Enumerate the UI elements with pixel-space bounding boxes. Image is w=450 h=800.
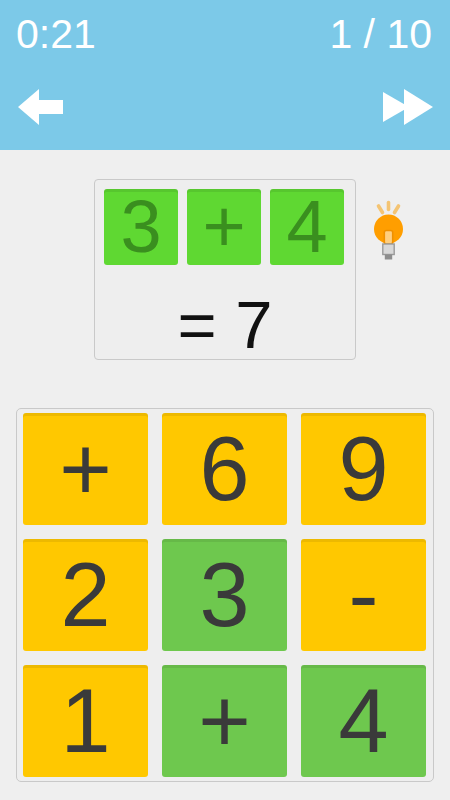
grid-tile[interactable]: 2 — [23, 539, 148, 651]
back-arrow-icon — [17, 114, 63, 129]
lightbulb-icon — [372, 250, 405, 265]
equation-panel: 3 + 4 = 7 — [94, 179, 356, 360]
grid-tile[interactable]: + — [23, 413, 148, 525]
equation-result: = 7 — [95, 265, 355, 359]
grid-tile[interactable]: 3 — [162, 539, 287, 651]
progress-label: 1 / 10 — [329, 12, 432, 57]
grid-tile[interactable]: + — [162, 665, 287, 777]
equation-slot[interactable]: + — [187, 189, 261, 265]
equation-slot[interactable]: 3 — [104, 189, 178, 265]
equation-slot[interactable]: 4 — [270, 189, 344, 265]
timer-label: 0:21 — [16, 12, 96, 57]
grid-tile[interactable]: - — [301, 539, 426, 651]
equation-slots: 3 + 4 — [104, 189, 344, 265]
grid-tile[interactable]: 9 — [301, 413, 426, 525]
top-bar: 0:21 1 / 10 — [0, 0, 450, 150]
back-button[interactable] — [17, 88, 63, 126]
grid-tile[interactable]: 6 — [162, 413, 287, 525]
tile-board: + 6 9 2 3 - 1 + 4 — [16, 408, 434, 782]
grid-tile[interactable]: 4 — [301, 665, 426, 777]
fast-forward-icon — [383, 114, 433, 129]
skip-button[interactable] — [383, 88, 433, 126]
game-screen: 0:21 1 / 10 3 + 4 = 7 — [0, 0, 450, 800]
grid-tile[interactable]: 1 — [23, 665, 148, 777]
hint-button[interactable] — [372, 199, 405, 262]
